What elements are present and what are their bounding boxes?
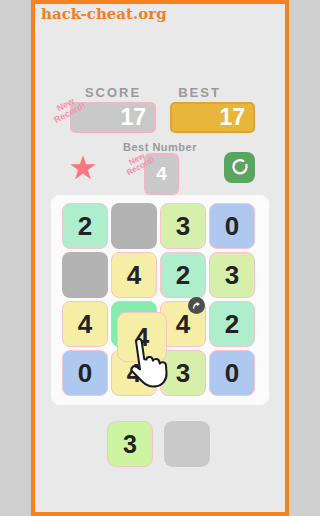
redo-arrow-badge[interactable]: [188, 297, 205, 314]
tile-number: 4: [127, 260, 141, 291]
restart-button[interactable]: [224, 152, 255, 183]
board-cell-r0c3[interactable]: 0: [209, 203, 255, 249]
score-value: 17: [120, 104, 146, 131]
board-cell-r1c0[interactable]: [62, 252, 108, 298]
board-cell-r1c2[interactable]: 2: [160, 252, 206, 298]
board-cell-r1c1[interactable]: 4: [111, 252, 157, 298]
tile-number: 3: [123, 430, 137, 459]
best-number-value: 4: [156, 163, 167, 185]
board-cell-r3c3[interactable]: 0: [209, 350, 255, 396]
site-banner: hack-cheat.org: [41, 5, 167, 23]
star-icon[interactable]: ★: [65, 150, 101, 186]
best-value: 17: [219, 104, 245, 131]
best-value-box: 17: [170, 102, 255, 133]
board-cell-r0c1[interactable]: [111, 203, 157, 249]
score-label: SCORE: [70, 85, 156, 99]
tile-number: 3: [176, 358, 190, 389]
tile-number: 0: [225, 211, 239, 242]
hand-cursor: [121, 331, 174, 393]
board-cell-r2c3[interactable]: 2: [209, 301, 255, 347]
tile-number: 3: [176, 211, 190, 242]
board-cell-r0c2[interactable]: 3: [160, 203, 206, 249]
tile-number: 2: [78, 211, 92, 242]
best-label: BEST: [162, 85, 237, 99]
board-cell-r3c0[interactable]: 0: [62, 350, 108, 396]
tray-tile-0[interactable]: 3: [107, 421, 153, 467]
tile-number: 2: [176, 260, 190, 291]
tile-number: 3: [225, 260, 239, 291]
tray-tile-1[interactable]: [164, 421, 210, 467]
tile-number: 0: [225, 358, 239, 389]
game-screen: hack-cheat.org SCORE BEST 17 17 New Reco…: [31, 0, 289, 516]
tile-number: 2: [225, 309, 239, 340]
tile-number: 4: [176, 309, 190, 340]
tile-number: 4: [78, 309, 92, 340]
best-number-label: Best Number: [110, 141, 210, 153]
board-cell-r0c0[interactable]: 2: [62, 203, 108, 249]
board-cell-r2c0[interactable]: 4: [62, 301, 108, 347]
board-cell-r1c3[interactable]: 3: [209, 252, 255, 298]
restart-circular-arrow-icon: [229, 155, 251, 181]
tile-number: 0: [78, 358, 92, 389]
